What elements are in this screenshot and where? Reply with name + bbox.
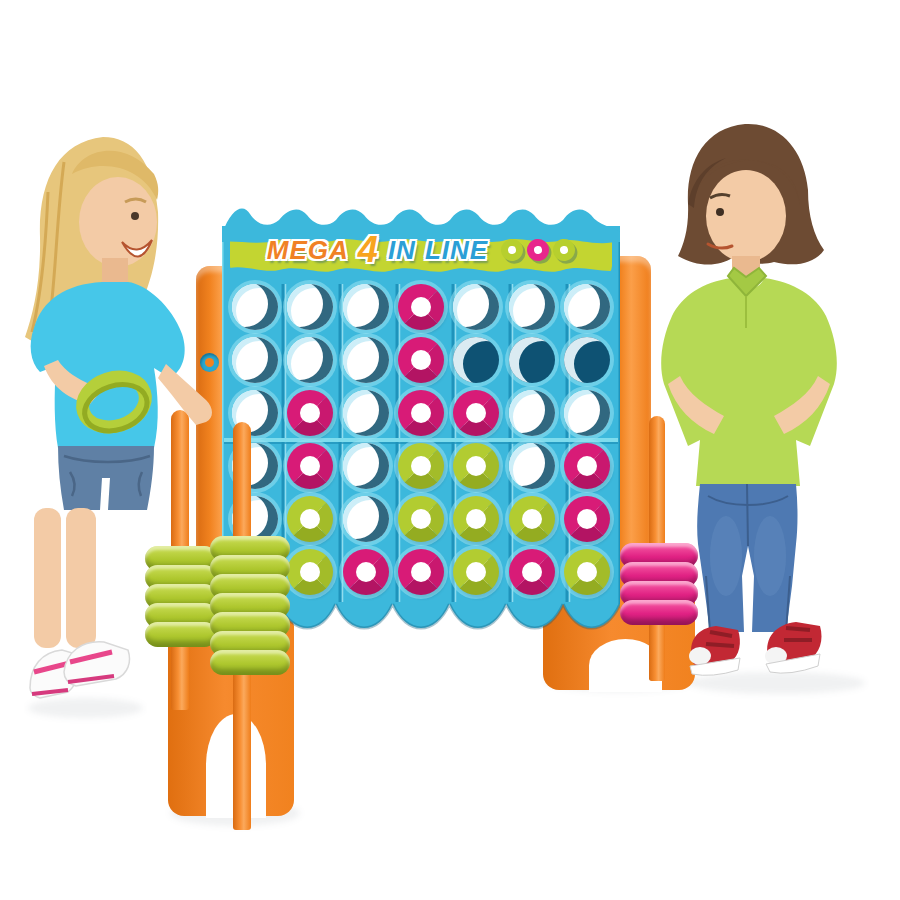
cell-r3-c6[interactable] [504,386,559,439]
banner: MEGA 4 IN LINE [236,228,606,272]
pink-disc [398,337,444,383]
pink-disc [343,549,389,595]
cell-r6-c4[interactable] [393,545,448,598]
cell-r1-c4[interactable] [393,280,448,333]
product-photo-scene: MEGA 4 IN LINE [0,0,900,900]
cell-r3-c3[interactable] [338,386,393,439]
cell-r4-c6[interactable] [504,439,559,492]
empty-hole [343,443,389,489]
cell-r5-c7[interactable] [560,492,615,545]
pink-disc [564,443,610,489]
cell-r2-c1[interactable] [227,333,282,386]
cell-r2-c7[interactable] [560,333,615,386]
pink-disc [398,390,444,436]
cell-r3-c2[interactable] [282,386,337,439]
green-disc [287,496,333,542]
green-ring [210,650,290,675]
cell-r6-c7[interactable] [560,545,615,598]
cell-r6-c2[interactable] [282,545,337,598]
left-front-ring-stack [210,536,290,675]
cell-r1-c3[interactable] [338,280,393,333]
cell-r1-c5[interactable] [449,280,504,333]
pink-ring [620,600,698,625]
green-ring [145,622,217,647]
banner-word-4: 4 [358,229,379,271]
pink-ring-icon [526,238,551,263]
empty-hole [343,337,389,383]
empty-hole [343,496,389,542]
empty-hole [453,284,499,330]
boy-eye [716,208,724,216]
cell-r5-c4[interactable] [393,492,448,545]
empty-hole [453,337,499,383]
green-ring-icon [552,238,577,263]
green-disc [398,443,444,489]
pink-disc [287,443,333,489]
cell-r5-c2[interactable] [282,492,337,545]
boy-polo-shirt [661,278,837,486]
cell-r1-c6[interactable] [504,280,559,333]
cell-r2-c2[interactable] [282,333,337,386]
pink-disc [509,549,555,595]
green-disc [509,496,555,542]
empty-hole [232,284,278,330]
green-disc [564,549,610,595]
empty-hole [509,390,555,436]
empty-hole [343,284,389,330]
cell-r6-c6[interactable] [504,545,559,598]
banner-ring-icons [501,239,575,261]
cell-r1-c7[interactable] [560,280,615,333]
empty-hole [509,284,555,330]
empty-hole [564,337,610,383]
girl-left-leg [34,508,61,648]
cell-r5-c5[interactable] [449,492,504,545]
cell-r1-c2[interactable] [282,280,337,333]
cell-r3-c5[interactable] [449,386,504,439]
cell-r5-c6[interactable] [504,492,559,545]
pink-disc [398,284,444,330]
girl-right-leg [66,508,96,648]
cell-r3-c7[interactable] [560,386,615,439]
cell-r2-c3[interactable] [338,333,393,386]
cell-r4-c7[interactable] [560,439,615,492]
girl-eye [131,212,139,220]
green-disc [453,496,499,542]
cell-r4-c3[interactable] [338,439,393,492]
cell-r3-c4[interactable] [393,386,448,439]
green-disc [453,443,499,489]
cell-r2-c6[interactable] [504,333,559,386]
cell-r5-c3[interactable] [338,492,393,545]
cell-r2-c4[interactable] [393,333,448,386]
green-disc [453,549,499,595]
banner-word-in: IN [388,235,416,266]
empty-hole [287,337,333,383]
cell-r2-c5[interactable] [449,333,504,386]
cell-r6-c5[interactable] [449,545,504,598]
pink-disc [287,390,333,436]
right-ring-stack [620,543,698,625]
left-back-ring-stack [145,546,217,647]
girl-right-forearm [158,364,212,425]
cell-r4-c4[interactable] [393,439,448,492]
empty-hole [564,284,610,330]
cell-r4-c2[interactable] [282,439,337,492]
green-ring-icon [500,238,525,263]
banner-word-mega: MEGA [267,235,349,266]
pink-disc [564,496,610,542]
empty-hole [232,337,278,383]
cell-r6-c3[interactable] [338,545,393,598]
empty-hole [509,443,555,489]
cell-r1-c1[interactable] [227,280,282,333]
empty-hole [343,390,389,436]
pink-disc [398,549,444,595]
empty-hole [287,284,333,330]
green-disc [287,549,333,595]
cell-r4-c5[interactable] [449,439,504,492]
empty-hole [509,337,555,383]
pink-disc [453,390,499,436]
banner-word-line: LINE [425,235,488,266]
green-disc [398,496,444,542]
empty-hole [564,390,610,436]
